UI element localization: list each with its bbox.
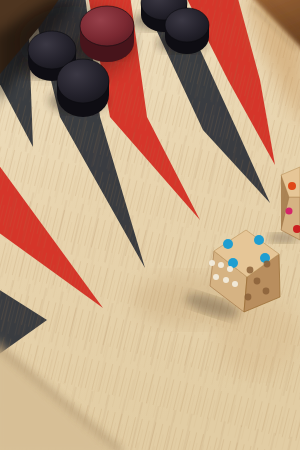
die-pip-white-1 [218,262,224,268]
die-pip-drilled-2 [245,294,252,301]
die-pip-blue-0 [223,239,233,249]
die-pip-white-0 [209,260,215,266]
die-pip-white-2 [227,266,233,272]
die-pip-drilled-0 [247,267,254,274]
die-pip-white-5 [232,281,238,287]
die-pip-drilled-3 [263,288,270,295]
die-partial-pip-0 [288,182,296,190]
die-pip-white-4 [223,277,229,283]
die-pip-drilled-4 [254,278,261,285]
board-scene [0,0,300,450]
checker-top [57,59,109,103]
die-pip-drilled-1 [264,261,271,268]
checker-top [80,6,134,46]
checker-top [165,8,209,42]
die-partial-pip-1 [286,208,293,215]
die-pip-white-3 [213,274,219,280]
die-pip-blue-1 [254,235,264,245]
backgammon-board-photo [0,0,300,450]
